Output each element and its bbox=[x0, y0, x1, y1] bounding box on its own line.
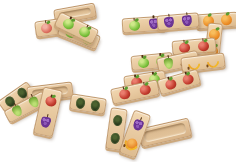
avocado-icon bbox=[110, 132, 120, 144]
banana-icon bbox=[187, 58, 199, 70]
pear-icon bbox=[11, 104, 24, 118]
avocado-icon bbox=[90, 99, 101, 111]
grapes-icon bbox=[164, 16, 175, 28]
green-apple-icon bbox=[137, 57, 149, 68]
green-apple-icon bbox=[129, 20, 141, 31]
green-apple-icon bbox=[61, 17, 75, 31]
avocado-icon bbox=[113, 114, 123, 126]
red-apple-icon bbox=[139, 84, 152, 96]
red-apple-icon bbox=[181, 73, 194, 86]
red-apple-icon bbox=[198, 40, 210, 51]
grapes-icon bbox=[132, 118, 145, 132]
red-apple-icon bbox=[44, 95, 57, 107]
red-apple-icon bbox=[118, 88, 131, 100]
table-surface bbox=[0, 0, 236, 162]
tile-back-groove bbox=[143, 122, 186, 142]
avocado-icon bbox=[75, 97, 86, 109]
grapes-icon bbox=[40, 116, 52, 129]
banana-orange-icon bbox=[125, 136, 139, 150]
red-apple-icon bbox=[164, 78, 177, 91]
domino-avocados-bottom-left[interactable] bbox=[69, 93, 107, 114]
pear-icon bbox=[163, 57, 174, 70]
grapes-icon bbox=[182, 15, 193, 27]
domino-red-apples-bottom[interactable] bbox=[110, 79, 160, 105]
banana-icon bbox=[206, 55, 218, 67]
domino-chain-grapes-grapes[interactable] bbox=[156, 12, 199, 31]
green-apple-icon bbox=[78, 25, 92, 39]
peach-icon bbox=[40, 22, 52, 33]
